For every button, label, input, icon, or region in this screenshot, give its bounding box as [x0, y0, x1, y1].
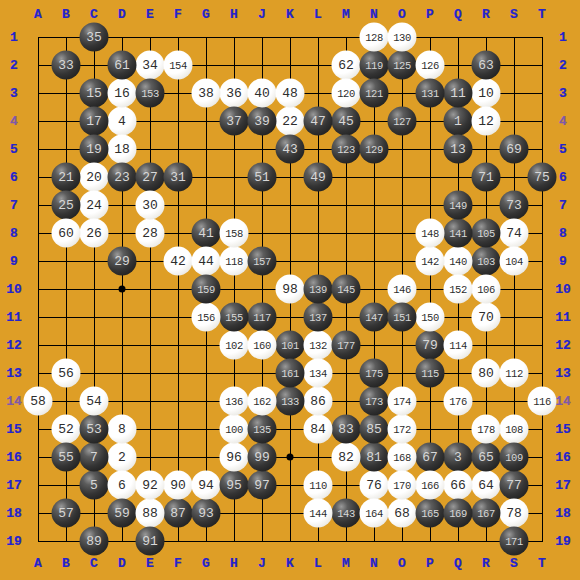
stone-B16: 55: [52, 443, 81, 472]
row-label-right: 9: [559, 255, 567, 268]
column-label-bottom: F: [174, 557, 182, 570]
stone-J6: 51: [248, 163, 277, 192]
stone-O2: 125: [388, 51, 417, 80]
stone-C17: 5: [80, 471, 109, 500]
stone-G3: 38: [192, 79, 221, 108]
column-label-top: A: [34, 8, 42, 21]
stone-L6: 49: [304, 163, 333, 192]
stone-D16: 2: [108, 443, 137, 472]
row-label-right: 16: [555, 451, 571, 464]
row-label-left: 9: [10, 255, 18, 268]
row-label-left: 6: [10, 171, 18, 184]
stone-S9: 104: [500, 247, 529, 276]
stone-K13: 161: [276, 359, 305, 388]
row-label-left: 3: [10, 87, 18, 100]
stone-C16: 7: [80, 443, 109, 472]
stone-P8: 148: [416, 219, 445, 248]
stone-J12: 160: [248, 331, 277, 360]
column-label-bottom: D: [118, 557, 126, 570]
stone-R2: 63: [472, 51, 501, 80]
row-label-left: 12: [6, 339, 22, 352]
stone-M12: 177: [332, 331, 361, 360]
row-label-right: 18: [555, 507, 571, 520]
stone-N15: 85: [360, 415, 389, 444]
stone-H12: 102: [220, 331, 249, 360]
row-label-right: 10: [555, 283, 571, 296]
stone-M15: 83: [332, 415, 361, 444]
stone-C6: 20: [80, 163, 109, 192]
star-point: [119, 286, 126, 293]
stone-L10: 139: [304, 275, 333, 304]
row-label-right: 5: [559, 143, 567, 156]
stone-D3: 16: [108, 79, 137, 108]
row-label-right: 7: [559, 199, 567, 212]
stone-P11: 150: [416, 303, 445, 332]
stone-L4: 47: [304, 107, 333, 136]
stone-L18: 144: [304, 499, 333, 528]
stone-P13: 115: [416, 359, 445, 388]
stone-E3: 153: [136, 79, 165, 108]
column-label-top: M: [342, 8, 350, 21]
stone-D4: 4: [108, 107, 137, 136]
row-label-left: 5: [10, 143, 18, 156]
stone-L14: 86: [304, 387, 333, 416]
stone-E7: 30: [136, 191, 165, 220]
stone-F6: 31: [164, 163, 193, 192]
row-label-right: 14: [555, 395, 571, 408]
stone-S7: 73: [500, 191, 529, 220]
stone-C7: 24: [80, 191, 109, 220]
stone-P16: 67: [416, 443, 445, 472]
stone-C8: 26: [80, 219, 109, 248]
stone-N2: 119: [360, 51, 389, 80]
stone-K12: 101: [276, 331, 305, 360]
column-label-bottom: R: [482, 557, 490, 570]
column-label-bottom: S: [510, 557, 518, 570]
stone-C19: 89: [80, 527, 109, 556]
column-label-bottom: N: [370, 557, 378, 570]
stone-R3: 10: [472, 79, 501, 108]
column-label-bottom: A: [34, 557, 42, 570]
stone-L11: 137: [304, 303, 333, 332]
stone-G9: 44: [192, 247, 221, 276]
stone-S19: 171: [500, 527, 529, 556]
stone-E8: 28: [136, 219, 165, 248]
stone-N17: 76: [360, 471, 389, 500]
stone-B2: 33: [52, 51, 81, 80]
grid-line-vertical: [38, 37, 39, 542]
stone-O15: 172: [388, 415, 417, 444]
stone-D17: 6: [108, 471, 137, 500]
stone-M18: 143: [332, 499, 361, 528]
column-label-bottom: C: [90, 557, 98, 570]
stone-N18: 164: [360, 499, 389, 528]
stone-L17: 110: [304, 471, 333, 500]
grid-line-vertical: [150, 37, 151, 542]
star-point: [287, 454, 294, 461]
column-label-bottom: J: [258, 557, 266, 570]
stone-E6: 27: [136, 163, 165, 192]
stone-H3: 36: [220, 79, 249, 108]
column-label-bottom: T: [538, 557, 546, 570]
row-label-left: 2: [10, 59, 18, 72]
row-label-right: 8: [559, 227, 567, 240]
column-label-bottom: M: [342, 557, 350, 570]
row-label-left: 8: [10, 227, 18, 240]
row-label-right: 15: [555, 423, 571, 436]
column-label-top: K: [286, 8, 294, 21]
stone-J11: 117: [248, 303, 277, 332]
stone-S13: 112: [500, 359, 529, 388]
stone-R9: 103: [472, 247, 501, 276]
column-label-top: C: [90, 8, 98, 21]
stone-J3: 40: [248, 79, 277, 108]
stone-O1: 130: [388, 23, 417, 52]
stone-G17: 94: [192, 471, 221, 500]
stone-M4: 45: [332, 107, 361, 136]
column-label-top: E: [146, 8, 154, 21]
grid-line-vertical: [178, 37, 179, 542]
row-label-left: 14: [6, 395, 22, 408]
column-label-top: R: [482, 8, 490, 21]
stone-S16: 109: [500, 443, 529, 472]
stone-H16: 96: [220, 443, 249, 472]
stone-B13: 56: [52, 359, 81, 388]
column-label-bottom: B: [62, 557, 70, 570]
stone-S15: 108: [500, 415, 529, 444]
stone-M2: 62: [332, 51, 361, 80]
stone-R4: 12: [472, 107, 501, 136]
stone-O18: 68: [388, 499, 417, 528]
column-label-top: Q: [454, 8, 462, 21]
row-label-left: 17: [6, 479, 22, 492]
stone-O17: 170: [388, 471, 417, 500]
stone-H8: 158: [220, 219, 249, 248]
column-label-top: D: [118, 8, 126, 21]
stone-R18: 167: [472, 499, 501, 528]
stone-O4: 127: [388, 107, 417, 136]
row-label-right: 4: [559, 115, 567, 128]
stone-J17: 97: [248, 471, 277, 500]
stone-D2: 61: [108, 51, 137, 80]
stone-A14: 58: [24, 387, 53, 416]
stone-G8: 41: [192, 219, 221, 248]
stone-D5: 18: [108, 135, 137, 164]
stone-O16: 168: [388, 443, 417, 472]
stone-O11: 151: [388, 303, 417, 332]
stone-N16: 81: [360, 443, 389, 472]
stone-Q14: 176: [444, 387, 473, 416]
row-label-left: 18: [6, 507, 22, 520]
row-label-left: 1: [10, 31, 18, 44]
stone-E17: 92: [136, 471, 165, 500]
stone-E19: 91: [136, 527, 165, 556]
stone-F17: 90: [164, 471, 193, 500]
stone-E2: 34: [136, 51, 165, 80]
stone-J4: 39: [248, 107, 277, 136]
stone-G18: 93: [192, 499, 221, 528]
row-label-right: 11: [555, 311, 571, 324]
stone-P18: 165: [416, 499, 445, 528]
column-label-bottom: O: [398, 557, 406, 570]
stone-B18: 57: [52, 499, 81, 528]
column-label-bottom: L: [314, 557, 322, 570]
column-label-top: H: [230, 8, 238, 21]
stone-K3: 48: [276, 79, 305, 108]
stone-L15: 84: [304, 415, 333, 444]
stone-F18: 87: [164, 499, 193, 528]
stone-Q4: 1: [444, 107, 473, 136]
stone-P17: 166: [416, 471, 445, 500]
stone-N14: 173: [360, 387, 389, 416]
column-label-top: S: [510, 8, 518, 21]
column-label-top: F: [174, 8, 182, 21]
row-label-right: 1: [559, 31, 567, 44]
stone-M5: 123: [332, 135, 361, 164]
stone-N13: 175: [360, 359, 389, 388]
row-label-right: 17: [555, 479, 571, 492]
stone-N5: 129: [360, 135, 389, 164]
stone-K5: 43: [276, 135, 305, 164]
stone-S8: 74: [500, 219, 529, 248]
row-label-left: 11: [6, 311, 22, 324]
row-label-left: 7: [10, 199, 18, 212]
column-label-top: T: [538, 8, 546, 21]
stone-H17: 95: [220, 471, 249, 500]
stone-R11: 70: [472, 303, 501, 332]
stone-H15: 100: [220, 415, 249, 444]
row-label-left: 10: [6, 283, 22, 296]
stone-Q12: 114: [444, 331, 473, 360]
stone-G11: 156: [192, 303, 221, 332]
stone-Q10: 152: [444, 275, 473, 304]
row-label-left: 4: [10, 115, 18, 128]
column-label-top: N: [370, 8, 378, 21]
stone-C4: 17: [80, 107, 109, 136]
stone-E18: 88: [136, 499, 165, 528]
stone-T6: 75: [528, 163, 557, 192]
stone-M3: 120: [332, 79, 361, 108]
stone-P3: 131: [416, 79, 445, 108]
row-label-left: 19: [6, 535, 22, 548]
stone-C5: 19: [80, 135, 109, 164]
stone-G10: 159: [192, 275, 221, 304]
stone-Q8: 141: [444, 219, 473, 248]
stone-M10: 145: [332, 275, 361, 304]
row-label-right: 3: [559, 87, 567, 100]
stone-R13: 80: [472, 359, 501, 388]
column-label-bottom: H: [230, 557, 238, 570]
stone-D6: 23: [108, 163, 137, 192]
stone-H14: 136: [220, 387, 249, 416]
stone-J14: 162: [248, 387, 277, 416]
stone-D18: 59: [108, 499, 137, 528]
stone-Q3: 11: [444, 79, 473, 108]
column-label-top: L: [314, 8, 322, 21]
stone-S5: 69: [500, 135, 529, 164]
stone-P9: 142: [416, 247, 445, 276]
stone-P2: 126: [416, 51, 445, 80]
stone-D15: 8: [108, 415, 137, 444]
row-label-right: 12: [555, 339, 571, 352]
row-label-left: 13: [6, 367, 22, 380]
stone-O14: 174: [388, 387, 417, 416]
stone-B8: 60: [52, 219, 81, 248]
stone-L12: 132: [304, 331, 333, 360]
row-label-left: 16: [6, 451, 22, 464]
stone-S17: 77: [500, 471, 529, 500]
stone-C1: 35: [80, 23, 109, 52]
stone-Q7: 149: [444, 191, 473, 220]
column-label-bottom: E: [146, 557, 154, 570]
column-label-bottom: Q: [454, 557, 462, 570]
column-label-bottom: P: [426, 557, 434, 570]
stone-J15: 135: [248, 415, 277, 444]
stone-M16: 82: [332, 443, 361, 472]
stone-T14: 116: [528, 387, 557, 416]
row-label-right: 2: [559, 59, 567, 72]
row-label-left: 15: [6, 423, 22, 436]
stone-N11: 147: [360, 303, 389, 332]
stone-C3: 15: [80, 79, 109, 108]
row-label-right: 13: [555, 367, 571, 380]
stone-D9: 29: [108, 247, 137, 276]
stone-F9: 42: [164, 247, 193, 276]
stone-R8: 105: [472, 219, 501, 248]
stone-B7: 25: [52, 191, 81, 220]
stone-R16: 65: [472, 443, 501, 472]
stone-Q17: 66: [444, 471, 473, 500]
stone-R15: 178: [472, 415, 501, 444]
column-label-bottom: K: [286, 557, 294, 570]
stone-B15: 52: [52, 415, 81, 444]
stone-L13: 134: [304, 359, 333, 388]
column-label-top: J: [258, 8, 266, 21]
stone-Q5: 13: [444, 135, 473, 164]
stone-R17: 64: [472, 471, 501, 500]
column-label-top: P: [426, 8, 434, 21]
stone-H4: 37: [220, 107, 249, 136]
column-label-top: B: [62, 8, 70, 21]
stone-Q18: 169: [444, 499, 473, 528]
stone-J16: 99: [248, 443, 277, 472]
stone-O10: 146: [388, 275, 417, 304]
grid-line-vertical: [542, 37, 543, 542]
stone-R10: 106: [472, 275, 501, 304]
stone-B6: 21: [52, 163, 81, 192]
stone-S18: 78: [500, 499, 529, 528]
stone-K10: 98: [276, 275, 305, 304]
stone-R6: 71: [472, 163, 501, 192]
stone-H11: 155: [220, 303, 249, 332]
stone-Q16: 3: [444, 443, 473, 472]
stone-N3: 121: [360, 79, 389, 108]
stone-C15: 53: [80, 415, 109, 444]
stone-J9: 157: [248, 247, 277, 276]
stone-K14: 133: [276, 387, 305, 416]
stone-C14: 54: [80, 387, 109, 416]
stone-K4: 22: [276, 107, 305, 136]
column-label-bottom: G: [202, 557, 210, 570]
row-label-right: 6: [559, 171, 567, 184]
go-board[interactable]: AABBCCDDEEFFGGHHJJKKLLMMNNOOPPQQRRSSTT11…: [0, 0, 580, 580]
stone-H9: 118: [220, 247, 249, 276]
row-label-right: 19: [555, 535, 571, 548]
stone-N1: 128: [360, 23, 389, 52]
column-label-top: O: [398, 8, 406, 21]
stone-P12: 79: [416, 331, 445, 360]
stone-Q9: 140: [444, 247, 473, 276]
column-label-top: G: [202, 8, 210, 21]
stone-F2: 154: [164, 51, 193, 80]
